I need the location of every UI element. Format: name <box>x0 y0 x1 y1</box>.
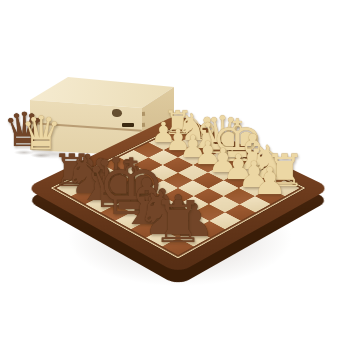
box-clasp-slot <box>122 123 134 127</box>
box-logo-icon <box>112 109 122 117</box>
chess-set-photo-scene: ♜♞♝♛♚♝♞♜♟♟♟♟♟♟♟♟♟♟♟♟♟♟♟♟♜♞♝♛♚♝♞♜♛♛ <box>0 0 350 350</box>
